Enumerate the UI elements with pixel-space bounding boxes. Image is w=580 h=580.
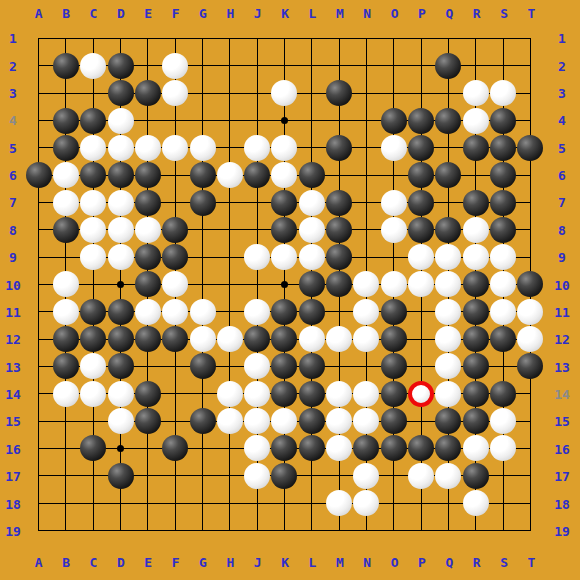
board-cell-A18[interactable] xyxy=(25,489,52,516)
board-cell-M6[interactable] xyxy=(325,162,352,189)
board-cell-L14[interactable] xyxy=(298,380,325,407)
board-cell-K13[interactable] xyxy=(271,353,298,380)
board-cell-L4[interactable] xyxy=(298,107,325,134)
board-cell-T16[interactable] xyxy=(517,435,544,462)
board-cell-M7[interactable] xyxy=(325,189,352,216)
board-cell-L5[interactable] xyxy=(298,134,325,161)
board-cell-F2[interactable] xyxy=(162,52,189,79)
board-cell-S9[interactable] xyxy=(489,244,516,271)
board-cell-O11[interactable] xyxy=(380,298,407,325)
board-cell-E16[interactable] xyxy=(134,435,161,462)
board-cell-M3[interactable] xyxy=(325,80,352,107)
board-cell-P18[interactable] xyxy=(407,489,434,516)
board-cell-N2[interactable] xyxy=(353,52,380,79)
board-cell-J12[interactable] xyxy=(244,325,271,352)
board-cell-O4[interactable] xyxy=(380,107,407,134)
board-cell-J18[interactable] xyxy=(244,489,271,516)
board-cell-F11[interactable] xyxy=(162,298,189,325)
board-cell-O14[interactable] xyxy=(380,380,407,407)
board-cell-T5[interactable] xyxy=(517,134,544,161)
board-cell-G4[interactable] xyxy=(189,107,216,134)
board-cell-C12[interactable] xyxy=(80,325,107,352)
board-cell-J7[interactable] xyxy=(244,189,271,216)
board-cell-H10[interactable] xyxy=(216,271,243,298)
board-cell-L6[interactable] xyxy=(298,162,325,189)
board-cell-R4[interactable] xyxy=(462,107,489,134)
board-cell-H11[interactable] xyxy=(216,298,243,325)
board-cell-B13[interactable] xyxy=(52,353,79,380)
board-cell-F7[interactable] xyxy=(162,189,189,216)
board-cell-Q9[interactable] xyxy=(435,244,462,271)
board-cell-A9[interactable] xyxy=(25,244,52,271)
board-cell-M5[interactable] xyxy=(325,134,352,161)
board-cell-L18[interactable] xyxy=(298,489,325,516)
board-cell-M10[interactable] xyxy=(325,271,352,298)
board-cell-B11[interactable] xyxy=(52,298,79,325)
board-cell-R19[interactable] xyxy=(462,517,489,544)
board-cell-E6[interactable] xyxy=(134,162,161,189)
board-cell-H1[interactable] xyxy=(216,25,243,52)
board-cell-F16[interactable] xyxy=(162,435,189,462)
board-cell-M15[interactable] xyxy=(325,407,352,434)
board-cell-O16[interactable] xyxy=(380,435,407,462)
board-cell-O9[interactable] xyxy=(380,244,407,271)
board-cell-E5[interactable] xyxy=(134,134,161,161)
board-cell-E11[interactable] xyxy=(134,298,161,325)
board-cell-S18[interactable] xyxy=(489,489,516,516)
board-cell-N8[interactable] xyxy=(353,216,380,243)
board-cell-R9[interactable] xyxy=(462,244,489,271)
board-cell-R2[interactable] xyxy=(462,52,489,79)
board-cell-N9[interactable] xyxy=(353,244,380,271)
board-cell-M1[interactable] xyxy=(325,25,352,52)
board-cell-J19[interactable] xyxy=(244,517,271,544)
board-cell-A7[interactable] xyxy=(25,189,52,216)
board-cell-J14[interactable] xyxy=(244,380,271,407)
board-cell-G10[interactable] xyxy=(189,271,216,298)
board-cell-F3[interactable] xyxy=(162,80,189,107)
board-cell-B10[interactable] xyxy=(52,271,79,298)
board-cell-R10[interactable] xyxy=(462,271,489,298)
board-cell-N13[interactable] xyxy=(353,353,380,380)
board-cell-S8[interactable] xyxy=(489,216,516,243)
board-cell-P3[interactable] xyxy=(407,80,434,107)
board-cell-J8[interactable] xyxy=(244,216,271,243)
board-cell-T7[interactable] xyxy=(517,189,544,216)
board-cell-S17[interactable] xyxy=(489,462,516,489)
board-cell-P7[interactable] xyxy=(407,189,434,216)
board-cell-T14[interactable] xyxy=(517,380,544,407)
board-cell-E2[interactable] xyxy=(134,52,161,79)
board-cell-L13[interactable] xyxy=(298,353,325,380)
board-cell-L16[interactable] xyxy=(298,435,325,462)
board-cell-B14[interactable] xyxy=(52,380,79,407)
board-cell-N19[interactable] xyxy=(353,517,380,544)
board-cell-J15[interactable] xyxy=(244,407,271,434)
board-cell-A17[interactable] xyxy=(25,462,52,489)
board-cell-J17[interactable] xyxy=(244,462,271,489)
board-cell-G2[interactable] xyxy=(189,52,216,79)
board-cell-A4[interactable] xyxy=(25,107,52,134)
board-cell-H13[interactable] xyxy=(216,353,243,380)
board-cell-C19[interactable] xyxy=(80,517,107,544)
board-cell-C15[interactable] xyxy=(80,407,107,434)
board-cell-Q1[interactable] xyxy=(435,25,462,52)
board-cell-L10[interactable] xyxy=(298,271,325,298)
board-cell-Q6[interactable] xyxy=(435,162,462,189)
board-cell-M19[interactable] xyxy=(325,517,352,544)
board-cell-B17[interactable] xyxy=(52,462,79,489)
board-cell-P17[interactable] xyxy=(407,462,434,489)
board-cell-T9[interactable] xyxy=(517,244,544,271)
board-cell-L9[interactable] xyxy=(298,244,325,271)
board-cell-F9[interactable] xyxy=(162,244,189,271)
board-cell-D10[interactable] xyxy=(107,271,134,298)
board-cell-T1[interactable] xyxy=(517,25,544,52)
board-cell-H8[interactable] xyxy=(216,216,243,243)
board-cell-P13[interactable] xyxy=(407,353,434,380)
board-cell-A6[interactable] xyxy=(25,162,52,189)
board-cell-H16[interactable] xyxy=(216,435,243,462)
board-cell-Q11[interactable] xyxy=(435,298,462,325)
board-cell-P6[interactable] xyxy=(407,162,434,189)
board-cell-F13[interactable] xyxy=(162,353,189,380)
board-cell-A8[interactable] xyxy=(25,216,52,243)
board-cell-R8[interactable] xyxy=(462,216,489,243)
board-cell-B2[interactable] xyxy=(52,52,79,79)
board-cell-R14[interactable] xyxy=(462,380,489,407)
board-cell-S12[interactable] xyxy=(489,325,516,352)
board-cell-O2[interactable] xyxy=(380,52,407,79)
board-cell-T13[interactable] xyxy=(517,353,544,380)
board-cell-H4[interactable] xyxy=(216,107,243,134)
board-cell-C11[interactable] xyxy=(80,298,107,325)
board-cell-E14[interactable] xyxy=(134,380,161,407)
board-cell-F19[interactable] xyxy=(162,517,189,544)
board-cell-D19[interactable] xyxy=(107,517,134,544)
board-cell-T19[interactable] xyxy=(517,517,544,544)
board-cell-F4[interactable] xyxy=(162,107,189,134)
board-cell-C9[interactable] xyxy=(80,244,107,271)
board-cell-S7[interactable] xyxy=(489,189,516,216)
board-cell-O1[interactable] xyxy=(380,25,407,52)
board-cell-C16[interactable] xyxy=(80,435,107,462)
board-cell-B3[interactable] xyxy=(52,80,79,107)
board-cell-B15[interactable] xyxy=(52,407,79,434)
board-cell-E3[interactable] xyxy=(134,80,161,107)
board-cell-P15[interactable] xyxy=(407,407,434,434)
board-cell-Q16[interactable] xyxy=(435,435,462,462)
board-cell-S1[interactable] xyxy=(489,25,516,52)
board-cell-D13[interactable] xyxy=(107,353,134,380)
board-cell-B5[interactable] xyxy=(52,134,79,161)
board-cell-G14[interactable] xyxy=(189,380,216,407)
board-cell-D14[interactable] xyxy=(107,380,134,407)
board-cell-E9[interactable] xyxy=(134,244,161,271)
board-cell-J16[interactable] xyxy=(244,435,271,462)
board-cell-L2[interactable] xyxy=(298,52,325,79)
board-cell-K4[interactable] xyxy=(271,107,298,134)
board-cell-Q13[interactable] xyxy=(435,353,462,380)
board-cell-E10[interactable] xyxy=(134,271,161,298)
board-cell-H9[interactable] xyxy=(216,244,243,271)
board-cell-G19[interactable] xyxy=(189,517,216,544)
board-cell-G6[interactable] xyxy=(189,162,216,189)
board-cell-R15[interactable] xyxy=(462,407,489,434)
board-cell-J10[interactable] xyxy=(244,271,271,298)
board-cell-S2[interactable] xyxy=(489,52,516,79)
board-cell-C7[interactable] xyxy=(80,189,107,216)
board-cell-B4[interactable] xyxy=(52,107,79,134)
board-cell-T2[interactable] xyxy=(517,52,544,79)
board-cell-C3[interactable] xyxy=(80,80,107,107)
board-cell-M14[interactable] xyxy=(325,380,352,407)
board-cell-A10[interactable] xyxy=(25,271,52,298)
board-cell-M13[interactable] xyxy=(325,353,352,380)
board-cell-R7[interactable] xyxy=(462,189,489,216)
board-cell-Q12[interactable] xyxy=(435,325,462,352)
board-cell-G16[interactable] xyxy=(189,435,216,462)
board-cell-H5[interactable] xyxy=(216,134,243,161)
board-cell-H7[interactable] xyxy=(216,189,243,216)
board-cell-F5[interactable] xyxy=(162,134,189,161)
board-cell-Q2[interactable] xyxy=(435,52,462,79)
board-cell-H17[interactable] xyxy=(216,462,243,489)
board-cell-T3[interactable] xyxy=(517,80,544,107)
board-cell-F10[interactable] xyxy=(162,271,189,298)
board-cell-E18[interactable] xyxy=(134,489,161,516)
board-cell-R5[interactable] xyxy=(462,134,489,161)
board-cell-T10[interactable] xyxy=(517,271,544,298)
board-cell-R12[interactable] xyxy=(462,325,489,352)
board-cell-S16[interactable] xyxy=(489,435,516,462)
board-cell-H14[interactable] xyxy=(216,380,243,407)
board-cell-G17[interactable] xyxy=(189,462,216,489)
board-cell-K2[interactable] xyxy=(271,52,298,79)
board-cell-F17[interactable] xyxy=(162,462,189,489)
board-cell-R16[interactable] xyxy=(462,435,489,462)
board-cell-C1[interactable] xyxy=(80,25,107,52)
board-cell-J11[interactable] xyxy=(244,298,271,325)
board-cell-J9[interactable] xyxy=(244,244,271,271)
board-cell-Q19[interactable] xyxy=(435,517,462,544)
board-cell-A19[interactable] xyxy=(25,517,52,544)
board-cell-H19[interactable] xyxy=(216,517,243,544)
board-cell-P5[interactable] xyxy=(407,134,434,161)
board-cell-N12[interactable] xyxy=(353,325,380,352)
board-cell-C14[interactable] xyxy=(80,380,107,407)
board-cell-D7[interactable] xyxy=(107,189,134,216)
board-cell-B7[interactable] xyxy=(52,189,79,216)
board-cell-D5[interactable] xyxy=(107,134,134,161)
board-cell-C10[interactable] xyxy=(80,271,107,298)
board-cell-K19[interactable] xyxy=(271,517,298,544)
board-cell-Q18[interactable] xyxy=(435,489,462,516)
board-cell-E19[interactable] xyxy=(134,517,161,544)
board-cell-K9[interactable] xyxy=(271,244,298,271)
board-cell-O10[interactable] xyxy=(380,271,407,298)
board-cell-S14[interactable] xyxy=(489,380,516,407)
board-cell-T6[interactable] xyxy=(517,162,544,189)
board-cell-K14[interactable] xyxy=(271,380,298,407)
board-cell-H3[interactable] xyxy=(216,80,243,107)
board-cell-G15[interactable] xyxy=(189,407,216,434)
board-cell-P11[interactable] xyxy=(407,298,434,325)
board-cell-R11[interactable] xyxy=(462,298,489,325)
board-cell-S6[interactable] xyxy=(489,162,516,189)
board-cell-F1[interactable] xyxy=(162,25,189,52)
board-cell-H12[interactable] xyxy=(216,325,243,352)
board-cell-Q14[interactable] xyxy=(435,380,462,407)
board-cell-D17[interactable] xyxy=(107,462,134,489)
board-cell-O15[interactable] xyxy=(380,407,407,434)
board-cell-Q10[interactable] xyxy=(435,271,462,298)
board-cell-K3[interactable] xyxy=(271,80,298,107)
board-cell-O7[interactable] xyxy=(380,189,407,216)
board-cell-D9[interactable] xyxy=(107,244,134,271)
board-cell-N4[interactable] xyxy=(353,107,380,134)
board-cell-C18[interactable] xyxy=(80,489,107,516)
board-cell-L15[interactable] xyxy=(298,407,325,434)
board-cell-G12[interactable] xyxy=(189,325,216,352)
board-cell-C13[interactable] xyxy=(80,353,107,380)
board-cell-K1[interactable] xyxy=(271,25,298,52)
board-cell-J6[interactable] xyxy=(244,162,271,189)
board-cell-L7[interactable] xyxy=(298,189,325,216)
board-cell-K17[interactable] xyxy=(271,462,298,489)
board-cell-P19[interactable] xyxy=(407,517,434,544)
board-cell-A3[interactable] xyxy=(25,80,52,107)
board-cell-J2[interactable] xyxy=(244,52,271,79)
board-cell-F14[interactable] xyxy=(162,380,189,407)
board-cell-S3[interactable] xyxy=(489,80,516,107)
board-cell-T11[interactable] xyxy=(517,298,544,325)
board-cell-P2[interactable] xyxy=(407,52,434,79)
board-cell-M16[interactable] xyxy=(325,435,352,462)
board-cell-D6[interactable] xyxy=(107,162,134,189)
board-cell-M8[interactable] xyxy=(325,216,352,243)
board-cell-N6[interactable] xyxy=(353,162,380,189)
board-cell-G5[interactable] xyxy=(189,134,216,161)
board-cell-G7[interactable] xyxy=(189,189,216,216)
board-cell-N5[interactable] xyxy=(353,134,380,161)
board-cell-O3[interactable] xyxy=(380,80,407,107)
board-cell-P9[interactable] xyxy=(407,244,434,271)
board-cell-A13[interactable] xyxy=(25,353,52,380)
board-cell-E4[interactable] xyxy=(134,107,161,134)
board-cell-D15[interactable] xyxy=(107,407,134,434)
board-cell-G18[interactable] xyxy=(189,489,216,516)
board-cell-F18[interactable] xyxy=(162,489,189,516)
board-cell-P8[interactable] xyxy=(407,216,434,243)
board-cell-M12[interactable] xyxy=(325,325,352,352)
board-cell-P14[interactable] xyxy=(407,380,434,407)
board-cell-L1[interactable] xyxy=(298,25,325,52)
board-cell-B1[interactable] xyxy=(52,25,79,52)
board-cell-A11[interactable] xyxy=(25,298,52,325)
board-cell-E1[interactable] xyxy=(134,25,161,52)
board-cell-K5[interactable] xyxy=(271,134,298,161)
board-cell-L3[interactable] xyxy=(298,80,325,107)
board-cell-N16[interactable] xyxy=(353,435,380,462)
board-cell-Q17[interactable] xyxy=(435,462,462,489)
board-cell-J3[interactable] xyxy=(244,80,271,107)
board-cell-F15[interactable] xyxy=(162,407,189,434)
board-cell-R1[interactable] xyxy=(462,25,489,52)
board-cell-Q8[interactable] xyxy=(435,216,462,243)
board-cell-B6[interactable] xyxy=(52,162,79,189)
board-cell-E8[interactable] xyxy=(134,216,161,243)
board-cell-K8[interactable] xyxy=(271,216,298,243)
board-cell-K10[interactable] xyxy=(271,271,298,298)
board-cell-S5[interactable] xyxy=(489,134,516,161)
board-cell-P4[interactable] xyxy=(407,107,434,134)
board-cell-D1[interactable] xyxy=(107,25,134,52)
board-cell-C2[interactable] xyxy=(80,52,107,79)
board-cell-R17[interactable] xyxy=(462,462,489,489)
board-cell-T17[interactable] xyxy=(517,462,544,489)
board-cell-C4[interactable] xyxy=(80,107,107,134)
board-cell-L19[interactable] xyxy=(298,517,325,544)
board-cell-E13[interactable] xyxy=(134,353,161,380)
board-cell-R6[interactable] xyxy=(462,162,489,189)
board-cell-P10[interactable] xyxy=(407,271,434,298)
board-cell-R3[interactable] xyxy=(462,80,489,107)
board-cell-B16[interactable] xyxy=(52,435,79,462)
board-cell-A15[interactable] xyxy=(25,407,52,434)
board-cell-O19[interactable] xyxy=(380,517,407,544)
board-cell-E17[interactable] xyxy=(134,462,161,489)
board-cell-Q7[interactable] xyxy=(435,189,462,216)
board-cell-G3[interactable] xyxy=(189,80,216,107)
board-cell-T15[interactable] xyxy=(517,407,544,434)
board-cell-B12[interactable] xyxy=(52,325,79,352)
board-cell-O18[interactable] xyxy=(380,489,407,516)
board-cell-N1[interactable] xyxy=(353,25,380,52)
board-cell-K12[interactable] xyxy=(271,325,298,352)
board-cell-M18[interactable] xyxy=(325,489,352,516)
board-cell-E12[interactable] xyxy=(134,325,161,352)
board-cell-N3[interactable] xyxy=(353,80,380,107)
board-cell-B19[interactable] xyxy=(52,517,79,544)
board-cell-D12[interactable] xyxy=(107,325,134,352)
board-cell-G8[interactable] xyxy=(189,216,216,243)
board-cell-D18[interactable] xyxy=(107,489,134,516)
board-cell-F8[interactable] xyxy=(162,216,189,243)
board-cell-D8[interactable] xyxy=(107,216,134,243)
board-cell-O12[interactable] xyxy=(380,325,407,352)
board-cell-R13[interactable] xyxy=(462,353,489,380)
board-cell-S4[interactable] xyxy=(489,107,516,134)
board-cell-A5[interactable] xyxy=(25,134,52,161)
board-cell-E7[interactable] xyxy=(134,189,161,216)
board-cell-O6[interactable] xyxy=(380,162,407,189)
board-cell-L17[interactable] xyxy=(298,462,325,489)
board-cell-Q3[interactable] xyxy=(435,80,462,107)
board-cell-T8[interactable] xyxy=(517,216,544,243)
board-cell-G9[interactable] xyxy=(189,244,216,271)
board-cell-N14[interactable] xyxy=(353,380,380,407)
board-cell-B18[interactable] xyxy=(52,489,79,516)
board-cell-G13[interactable] xyxy=(189,353,216,380)
board-cell-K16[interactable] xyxy=(271,435,298,462)
board-cell-Q15[interactable] xyxy=(435,407,462,434)
board-cell-S19[interactable] xyxy=(489,517,516,544)
board-cell-J5[interactable] xyxy=(244,134,271,161)
board-cell-P16[interactable] xyxy=(407,435,434,462)
board-cell-C6[interactable] xyxy=(80,162,107,189)
board-cell-J4[interactable] xyxy=(244,107,271,134)
